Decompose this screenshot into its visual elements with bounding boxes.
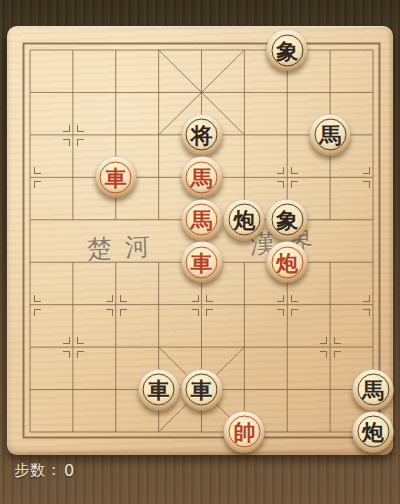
piece-black-horse[interactable]: 馬 bbox=[353, 369, 394, 410]
piece-glyph: 車 bbox=[191, 251, 213, 273]
move-counter-label: 步数： bbox=[14, 461, 62, 480]
piece-red-horse[interactable]: 馬 bbox=[181, 199, 222, 240]
piece-black-elephant[interactable]: 象 bbox=[267, 30, 308, 71]
piece-glyph: 帥 bbox=[233, 421, 255, 443]
piece-red-general[interactable]: 帥 bbox=[224, 411, 265, 452]
piece-black-cannon[interactable]: 炮 bbox=[353, 411, 394, 452]
piece-red-chariot[interactable]: 車 bbox=[95, 157, 136, 198]
game-screen: 楚河 漢界 象将馬車馬馬炮象車炮車車馬帥炮 步数： 0 bbox=[0, 0, 400, 504]
piece-glyph: 象 bbox=[276, 209, 298, 231]
piece-glyph: 炮 bbox=[362, 421, 384, 443]
piece-red-cannon[interactable]: 炮 bbox=[267, 242, 308, 283]
piece-glyph: 車 bbox=[148, 379, 170, 401]
piece-glyph: 馬 bbox=[191, 209, 213, 231]
piece-glyph: 炮 bbox=[276, 251, 298, 273]
piece-glyph: 象 bbox=[276, 39, 298, 61]
piece-glyph: 炮 bbox=[233, 209, 255, 231]
piece-glyph: 馬 bbox=[362, 379, 384, 401]
piece-red-chariot[interactable]: 車 bbox=[181, 242, 222, 283]
piece-glyph: 将 bbox=[191, 124, 213, 146]
move-counter: 步数： 0 bbox=[14, 461, 75, 480]
move-counter-value: 0 bbox=[64, 461, 75, 480]
piece-glyph: 車 bbox=[191, 379, 213, 401]
piece-glyph: 馬 bbox=[191, 166, 213, 188]
piece-glyph: 車 bbox=[105, 166, 127, 188]
piece-black-chariot[interactable]: 車 bbox=[138, 369, 179, 410]
piece-black-cannon[interactable]: 炮 bbox=[224, 199, 265, 240]
piece-red-horse[interactable]: 馬 bbox=[181, 157, 222, 198]
piece-black-general[interactable]: 将 bbox=[181, 114, 222, 155]
piece-black-horse[interactable]: 馬 bbox=[310, 114, 351, 155]
piece-glyph: 馬 bbox=[319, 124, 341, 146]
piece-black-chariot[interactable]: 車 bbox=[181, 369, 222, 410]
piece-black-elephant[interactable]: 象 bbox=[267, 199, 308, 240]
